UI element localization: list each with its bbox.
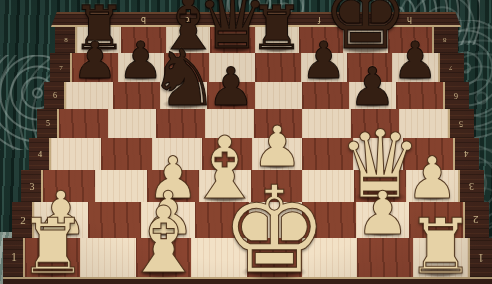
rank-label-right-3: 3 bbox=[458, 170, 484, 202]
rank-label: 1 bbox=[11, 250, 17, 265]
piece-black-pawn-h7[interactable]: ♟ bbox=[392, 35, 438, 86]
square-a5[interactable] bbox=[59, 109, 108, 138]
rank-label: 3 bbox=[469, 181, 474, 192]
rank-label: 5 bbox=[46, 119, 50, 128]
rank-label-left-7: 7 bbox=[50, 53, 72, 82]
piece-black-pawn-f7[interactable]: ♟ bbox=[301, 35, 347, 86]
chessboard-photo-scene: abcdefgh 8877665544332211 ♜♝♛♜♚♟♟♟♟♞♟♟♟♟… bbox=[0, 0, 492, 284]
piece-black-pawn-a7[interactable]: ♟ bbox=[72, 35, 118, 86]
piece-white-rook-h1[interactable]: ♜ bbox=[406, 209, 474, 284]
file-label-f: f bbox=[318, 14, 321, 24]
rank-label-left-4: 4 bbox=[29, 138, 51, 170]
rank-label: 4 bbox=[38, 149, 43, 159]
rank-label-left-6: 6 bbox=[44, 82, 66, 109]
rank-label: 6 bbox=[53, 91, 57, 100]
piece-black-pawn-d6[interactable]: ♟ bbox=[207, 61, 254, 114]
piece-black-pawn-g6[interactable]: ♟ bbox=[349, 61, 396, 114]
piece-white-king-e1[interactable]: ♚ bbox=[220, 171, 328, 284]
rank-label: 6 bbox=[454, 91, 458, 100]
rank-label-right-7: 7 bbox=[438, 53, 464, 82]
rank-label: 7 bbox=[449, 64, 453, 72]
square-e6[interactable] bbox=[255, 82, 302, 109]
rank-label-left-5: 5 bbox=[37, 109, 59, 138]
rank-label-right-5: 5 bbox=[448, 109, 474, 138]
rank-label: 8 bbox=[64, 36, 68, 44]
piece-white-pawn-g2[interactable]: ♟ bbox=[356, 183, 410, 243]
piece-black-rook-e8[interactable]: ♜ bbox=[249, 0, 304, 59]
piece-white-pawn-h3[interactable]: ♟ bbox=[406, 149, 458, 207]
piece-white-bishop-c1[interactable]: ♝ bbox=[122, 195, 204, 284]
rank-label-right-6: 6 bbox=[443, 82, 469, 109]
rank-label: 4 bbox=[464, 149, 469, 159]
rank-label: 1 bbox=[478, 250, 484, 265]
rank-label: 5 bbox=[459, 119, 463, 128]
piece-white-rook-a1[interactable]: ♜ bbox=[19, 209, 87, 284]
rank-label: 7 bbox=[59, 64, 63, 72]
file-label-b: b bbox=[141, 14, 146, 24]
square-a4[interactable] bbox=[51, 138, 101, 170]
rank-label: 8 bbox=[443, 36, 447, 44]
square-b4[interactable] bbox=[101, 138, 151, 170]
